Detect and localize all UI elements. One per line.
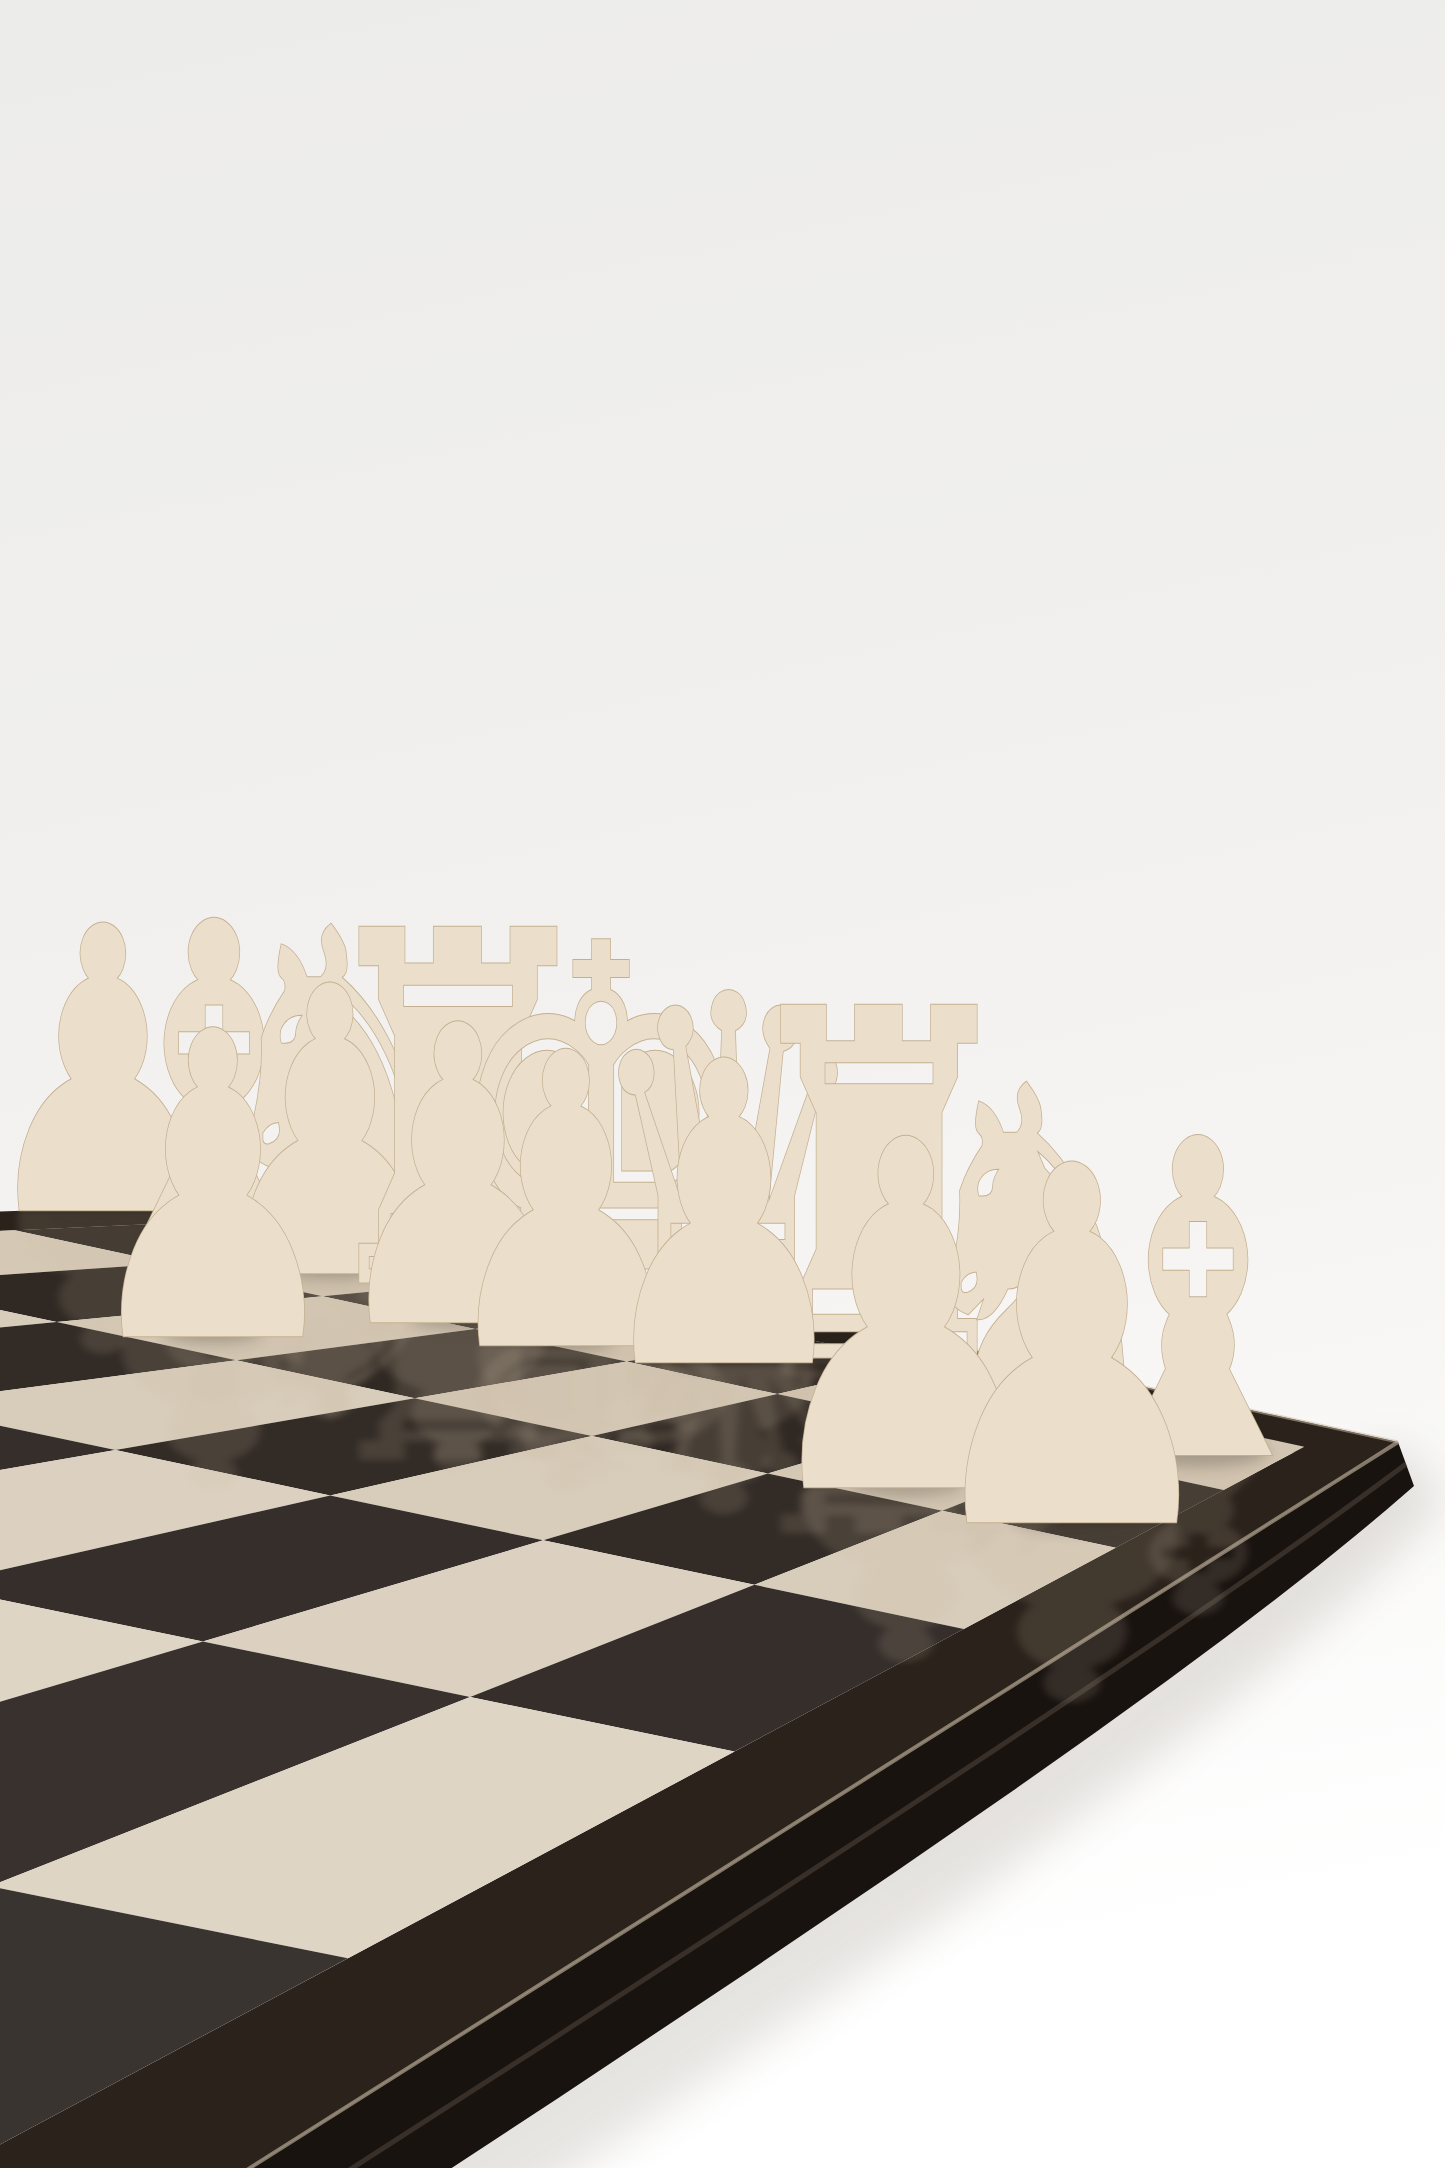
chessboard-photo: ♟♝♞♟♜♚♛♟♟♟♜♟♞♝♟♟♟♝♞♟♜♚♛♟♟♟♜♟♞♝♟♟ xyxy=(0,0,1445,2168)
product-photo-scene: ♟♝♞♟♜♚♛♟♟♟♜♟♞♝♟♟♟♝♞♟♜♚♛♟♟♟♜♟♞♝♟♟ xyxy=(0,0,1445,2168)
piece-white-pawn-g2[interactable]: ♟ xyxy=(913,1063,1232,1639)
piece-white-pawn-a2[interactable]: ♟ xyxy=(76,943,349,1435)
